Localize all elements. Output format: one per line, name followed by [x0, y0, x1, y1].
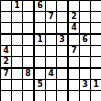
cell-r7c8[interactable]: [80, 69, 91, 80]
cell-r1c7[interactable]: [69, 1, 80, 12]
cell-r2c4[interactable]: [35, 12, 46, 23]
cell-r2c2[interactable]: [12, 12, 23, 23]
cell-r2c8[interactable]: [80, 12, 91, 23]
cell-r5c9[interactable]: [91, 46, 101, 57]
cell-r4c9[interactable]: [91, 35, 101, 46]
cell-r5c2[interactable]: [12, 46, 23, 57]
cell-r1c2[interactable]: 1: [12, 1, 23, 12]
cell-r8c2[interactable]: [12, 80, 23, 91]
cell-r6c3[interactable]: [23, 57, 35, 69]
cell-r7c6[interactable]: [57, 69, 69, 80]
cell-r5c1[interactable]: 4: [1, 46, 12, 57]
cell-r4c2[interactable]: [12, 35, 23, 46]
cell-r4c4[interactable]: 1: [35, 35, 46, 46]
cell-r8c6[interactable]: [57, 80, 69, 91]
cell-r7c3[interactable]: 8: [23, 69, 35, 80]
cell-r4c1[interactable]: [1, 35, 12, 46]
cell-r6c8[interactable]: [80, 57, 91, 69]
cell-r5c8[interactable]: [80, 46, 91, 57]
cell-r5c6[interactable]: [57, 46, 69, 57]
cell-r9c6[interactable]: [57, 91, 69, 101]
cell-r8c3[interactable]: [23, 80, 35, 91]
cell-r3c9[interactable]: [91, 23, 101, 35]
cell-r7c9[interactable]: [91, 69, 101, 80]
cell-r3c6[interactable]: [57, 23, 69, 35]
cell-r3c7[interactable]: 4: [69, 23, 80, 35]
cell-r2c7[interactable]: 2: [69, 12, 80, 23]
cell-r9c4[interactable]: [35, 91, 46, 101]
cell-r7c2[interactable]: [12, 69, 23, 80]
cell-r3c3[interactable]: [23, 23, 35, 35]
cell-r7c4[interactable]: [35, 69, 46, 80]
cell-r8c8[interactable]: 3: [80, 80, 91, 91]
cell-r4c3[interactable]: [23, 35, 35, 46]
cell-r9c8[interactable]: [80, 91, 91, 101]
cell-r8c7[interactable]: [69, 80, 80, 91]
sudoku-board: 16724136472784531: [0, 0, 101, 101]
cell-r8c5[interactable]: [46, 80, 57, 91]
cell-r9c2[interactable]: [12, 91, 23, 101]
cell-r7c5[interactable]: 4: [46, 69, 57, 80]
cell-r2c5[interactable]: 7: [46, 12, 57, 23]
cell-r9c3[interactable]: [23, 91, 35, 101]
cell-r5c5[interactable]: [46, 46, 57, 57]
cell-r1c3[interactable]: [23, 1, 35, 12]
cell-r4c7[interactable]: [69, 35, 80, 46]
cell-r5c7[interactable]: 7: [69, 46, 80, 57]
cell-r1c5[interactable]: [46, 1, 57, 12]
cell-r6c5[interactable]: [46, 57, 57, 69]
cell-r1c4[interactable]: 6: [35, 1, 46, 12]
cell-r3c1[interactable]: [1, 23, 12, 35]
cell-r4c6[interactable]: 3: [57, 35, 69, 46]
cell-r3c2[interactable]: [12, 23, 23, 35]
cell-r2c9[interactable]: [91, 12, 101, 23]
cell-r4c8[interactable]: 6: [80, 35, 91, 46]
cell-r4c5[interactable]: [46, 35, 57, 46]
cell-r9c5[interactable]: [46, 91, 57, 101]
cell-r5c4[interactable]: [35, 46, 46, 57]
cell-r8c1[interactable]: [1, 80, 12, 91]
cell-r9c7[interactable]: [69, 91, 80, 101]
cell-r2c3[interactable]: [23, 12, 35, 23]
cell-r7c7[interactable]: [69, 69, 80, 80]
cell-r6c2[interactable]: [12, 57, 23, 69]
cell-r8c9[interactable]: 1: [91, 80, 101, 91]
cell-r2c6[interactable]: [57, 12, 69, 23]
cell-r1c9[interactable]: [91, 1, 101, 12]
cell-r1c1[interactable]: [1, 1, 12, 12]
cell-r1c8[interactable]: [80, 1, 91, 12]
cell-r1c6[interactable]: [57, 1, 69, 12]
cell-r9c9[interactable]: [91, 91, 101, 101]
cell-r3c8[interactable]: [80, 23, 91, 35]
cell-r2c1[interactable]: [1, 12, 12, 23]
cell-r6c9[interactable]: [91, 57, 101, 69]
cell-r6c1[interactable]: 2: [1, 57, 12, 69]
cell-r6c7[interactable]: [69, 57, 80, 69]
cell-r5c3[interactable]: [23, 46, 35, 57]
cell-r6c4[interactable]: [35, 57, 46, 69]
cell-r6c6[interactable]: [57, 57, 69, 69]
cell-r9c1[interactable]: [1, 91, 12, 101]
cell-r8c4[interactable]: 5: [35, 80, 46, 91]
cell-r3c4[interactable]: [35, 23, 46, 35]
cell-r3c5[interactable]: [46, 23, 57, 35]
cell-r7c1[interactable]: 7: [1, 69, 12, 80]
